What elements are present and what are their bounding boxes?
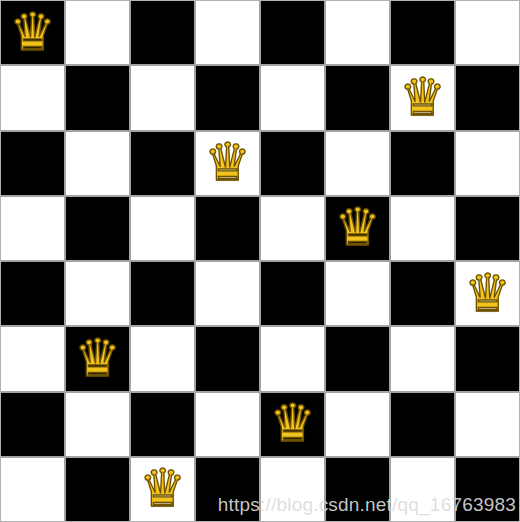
square-e2[interactable]: ♛ xyxy=(261,393,324,456)
square-f6[interactable] xyxy=(326,132,389,195)
square-e7[interactable] xyxy=(261,66,324,129)
square-a3[interactable] xyxy=(1,327,64,390)
square-d2[interactable] xyxy=(196,393,259,456)
square-f8[interactable] xyxy=(326,1,389,64)
square-a1[interactable] xyxy=(1,458,64,521)
square-g7[interactable]: ♛ xyxy=(391,66,454,129)
square-c6[interactable] xyxy=(131,132,194,195)
gold-queen: ♛ xyxy=(399,71,446,123)
gold-queen: ♛ xyxy=(9,6,56,58)
square-c3[interactable] xyxy=(131,327,194,390)
square-f4[interactable] xyxy=(326,262,389,325)
square-b1[interactable] xyxy=(66,458,129,521)
square-d7[interactable] xyxy=(196,66,259,129)
square-a7[interactable] xyxy=(1,66,64,129)
square-h4[interactable]: ♛ xyxy=(456,262,519,325)
square-b7[interactable] xyxy=(66,66,129,129)
square-e3[interactable] xyxy=(261,327,324,390)
gold-queen: ♛ xyxy=(204,136,251,188)
square-a2[interactable] xyxy=(1,393,64,456)
square-f2[interactable] xyxy=(326,393,389,456)
square-c2[interactable] xyxy=(131,393,194,456)
chess-board: ♛♛♛♛♛♛♛♛ xyxy=(0,0,520,522)
square-h5[interactable] xyxy=(456,197,519,260)
square-f5[interactable]: ♛ xyxy=(326,197,389,260)
square-d3[interactable] xyxy=(196,327,259,390)
square-c8[interactable] xyxy=(131,1,194,64)
square-a8[interactable]: ♛ xyxy=(1,1,64,64)
square-b3[interactable]: ♛ xyxy=(66,327,129,390)
gold-queen: ♛ xyxy=(334,201,381,253)
square-c4[interactable] xyxy=(131,262,194,325)
square-g2[interactable] xyxy=(391,393,454,456)
square-d4[interactable] xyxy=(196,262,259,325)
square-e8[interactable] xyxy=(261,1,324,64)
square-g6[interactable] xyxy=(391,132,454,195)
square-c5[interactable] xyxy=(131,197,194,260)
square-d8[interactable] xyxy=(196,1,259,64)
square-a6[interactable] xyxy=(1,132,64,195)
square-b2[interactable] xyxy=(66,393,129,456)
gold-queen: ♛ xyxy=(269,397,316,449)
square-g8[interactable] xyxy=(391,1,454,64)
square-g3[interactable] xyxy=(391,327,454,390)
square-e4[interactable] xyxy=(261,262,324,325)
square-g5[interactable] xyxy=(391,197,454,260)
square-h3[interactable] xyxy=(456,327,519,390)
square-f3[interactable] xyxy=(326,327,389,390)
square-h7[interactable] xyxy=(456,66,519,129)
square-g4[interactable] xyxy=(391,262,454,325)
square-h1[interactable] xyxy=(456,458,519,521)
square-b5[interactable] xyxy=(66,197,129,260)
square-b6[interactable] xyxy=(66,132,129,195)
square-e5[interactable] xyxy=(261,197,324,260)
square-f7[interactable] xyxy=(326,66,389,129)
gold-queen: ♛ xyxy=(74,332,121,384)
square-b4[interactable] xyxy=(66,262,129,325)
square-d1[interactable] xyxy=(196,458,259,521)
square-c1[interactable]: ♛ xyxy=(131,458,194,521)
gold-queen: ♛ xyxy=(139,462,186,514)
square-h6[interactable] xyxy=(456,132,519,195)
screenshot-stage: ♛♛♛♛♛♛♛♛ https://blog.csdn.net/qq_167639… xyxy=(0,0,520,522)
square-f1[interactable] xyxy=(326,458,389,521)
square-g1[interactable] xyxy=(391,458,454,521)
square-a5[interactable] xyxy=(1,197,64,260)
square-d6[interactable]: ♛ xyxy=(196,132,259,195)
square-d5[interactable] xyxy=(196,197,259,260)
square-h8[interactable] xyxy=(456,1,519,64)
square-e1[interactable] xyxy=(261,458,324,521)
gold-queen: ♛ xyxy=(464,267,511,319)
square-e6[interactable] xyxy=(261,132,324,195)
square-a4[interactable] xyxy=(1,262,64,325)
square-b8[interactable] xyxy=(66,1,129,64)
square-c7[interactable] xyxy=(131,66,194,129)
square-h2[interactable] xyxy=(456,393,519,456)
